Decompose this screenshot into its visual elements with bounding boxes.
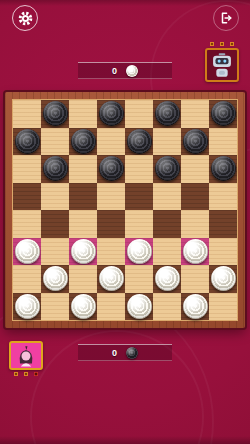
- checker-piece-black[interactable]: [99, 156, 124, 181]
- checker-piece-white[interactable]: [155, 266, 180, 291]
- board-square-r0c1[interactable]: [41, 100, 69, 128]
- checker-piece-white[interactable]: [71, 239, 96, 264]
- checker-piece-white[interactable]: [127, 239, 152, 264]
- board-square-r6c0: [13, 265, 41, 293]
- checker-piece-black[interactable]: [99, 101, 124, 126]
- checker-piece-white[interactable]: [211, 266, 236, 291]
- board-square-r4c0: [13, 210, 41, 238]
- player-score-bar: 0: [78, 344, 172, 361]
- white-checker-icon: [126, 65, 138, 77]
- checker-piece-white[interactable]: [99, 266, 124, 291]
- board-square-r2c5[interactable]: [153, 155, 181, 183]
- board-square-r7c2[interactable]: [69, 293, 97, 321]
- board-square-r0c3[interactable]: [97, 100, 125, 128]
- board-square-r7c4[interactable]: [125, 293, 153, 321]
- board-square-r6c3[interactable]: [97, 265, 125, 293]
- star-gold: [14, 372, 18, 376]
- board-square-r0c7[interactable]: [209, 100, 237, 128]
- player-panel: [9, 341, 43, 376]
- checker-piece-black[interactable]: [155, 101, 180, 126]
- board-square-r4c1[interactable]: [41, 210, 69, 238]
- opponent-stars: [210, 42, 234, 46]
- board-square-r2c7[interactable]: [209, 155, 237, 183]
- board-square-r3c0[interactable]: [13, 183, 41, 211]
- board-square-r6c5[interactable]: [153, 265, 181, 293]
- board-square-r7c5: [153, 293, 181, 321]
- board-square-r3c7: [209, 183, 237, 211]
- board-square-r5c0[interactable]: [13, 238, 41, 266]
- checker-piece-white[interactable]: [15, 239, 40, 264]
- board-square-r4c7[interactable]: [209, 210, 237, 238]
- game-screen: 0 0: [0, 0, 250, 444]
- board-square-r2c2: [69, 155, 97, 183]
- robot-icon: [209, 52, 235, 78]
- black-checker-icon: [126, 347, 138, 359]
- checkers-board: [5, 92, 245, 328]
- player-avatar[interactable]: [9, 341, 43, 370]
- board-square-r5c4[interactable]: [125, 238, 153, 266]
- board-square-r4c2: [69, 210, 97, 238]
- player-score: 0: [112, 348, 117, 358]
- board-square-r3c4[interactable]: [125, 183, 153, 211]
- checker-piece-black[interactable]: [183, 129, 208, 154]
- board-square-r1c5: [153, 128, 181, 156]
- gear-icon: [17, 10, 34, 27]
- exit-button[interactable]: [213, 5, 239, 31]
- board-square-r2c6: [181, 155, 209, 183]
- board-square-r7c0[interactable]: [13, 293, 41, 321]
- star-gold: [230, 42, 234, 46]
- board-square-r3c6[interactable]: [181, 183, 209, 211]
- checker-piece-white[interactable]: [183, 239, 208, 264]
- board-square-r7c6[interactable]: [181, 293, 209, 321]
- board-square-r3c5: [153, 183, 181, 211]
- checker-piece-black[interactable]: [43, 101, 68, 126]
- board-square-r0c0: [13, 100, 41, 128]
- checker-piece-white[interactable]: [71, 294, 96, 319]
- checker-piece-white[interactable]: [15, 294, 40, 319]
- board-square-r4c5[interactable]: [153, 210, 181, 238]
- board-square-r2c1[interactable]: [41, 155, 69, 183]
- settings-button[interactable]: [12, 5, 38, 31]
- board-square-r0c5[interactable]: [153, 100, 181, 128]
- board-square-r3c2[interactable]: [69, 183, 97, 211]
- board-square-r5c2[interactable]: [69, 238, 97, 266]
- board-square-r1c6[interactable]: [181, 128, 209, 156]
- board-square-r1c4[interactable]: [125, 128, 153, 156]
- board-square-r1c1: [41, 128, 69, 156]
- board-square-r7c1: [41, 293, 69, 321]
- board-square-r2c4: [125, 155, 153, 183]
- board-square-r5c6[interactable]: [181, 238, 209, 266]
- opponent-score: 0: [112, 66, 117, 76]
- board-square-r3c3: [97, 183, 125, 211]
- checker-piece-white[interactable]: [43, 266, 68, 291]
- board-square-r2c0: [13, 155, 41, 183]
- board-square-r2c3[interactable]: [97, 155, 125, 183]
- board-square-r7c7: [209, 293, 237, 321]
- board-square-r5c1: [41, 238, 69, 266]
- board-square-r1c2[interactable]: [69, 128, 97, 156]
- checker-piece-black[interactable]: [71, 129, 96, 154]
- board-square-r4c4: [125, 210, 153, 238]
- checker-piece-white[interactable]: [183, 294, 208, 319]
- opponent-avatar[interactable]: [205, 48, 239, 82]
- opponent-panel: [205, 42, 239, 82]
- star-gold: [24, 372, 28, 376]
- checker-piece-black[interactable]: [211, 156, 236, 181]
- exit-icon: [219, 11, 233, 25]
- board-square-r5c5: [153, 238, 181, 266]
- board-square-r6c1[interactable]: [41, 265, 69, 293]
- board-grid: [13, 100, 237, 320]
- checker-piece-black[interactable]: [211, 101, 236, 126]
- board-square-r6c6: [181, 265, 209, 293]
- star-gold: [210, 42, 214, 46]
- board-square-r0c6: [181, 100, 209, 128]
- checker-piece-white[interactable]: [127, 294, 152, 319]
- board-square-r7c3: [97, 293, 125, 321]
- checker-piece-black[interactable]: [127, 129, 152, 154]
- board-square-r4c3[interactable]: [97, 210, 125, 238]
- board-square-r1c7: [209, 128, 237, 156]
- board-square-r6c4: [125, 265, 153, 293]
- star-red: [34, 372, 38, 376]
- board-square-r1c3: [97, 128, 125, 156]
- checker-piece-black[interactable]: [155, 156, 180, 181]
- checker-piece-black[interactable]: [43, 156, 68, 181]
- board-square-r4c6: [181, 210, 209, 238]
- board-square-r3c1: [41, 183, 69, 211]
- board-square-r1c0[interactable]: [13, 128, 41, 156]
- board-square-r0c2: [69, 100, 97, 128]
- checker-piece-black[interactable]: [15, 129, 40, 154]
- board-square-r5c7: [209, 238, 237, 266]
- princess-icon: [14, 345, 38, 367]
- star-gold: [220, 42, 224, 46]
- board-square-r6c7[interactable]: [209, 265, 237, 293]
- opponent-score-bar: 0: [78, 62, 172, 79]
- board-square-r5c3: [97, 238, 125, 266]
- board-square-r6c2: [69, 265, 97, 293]
- player-stars: [14, 372, 38, 376]
- board-square-r0c4: [125, 100, 153, 128]
